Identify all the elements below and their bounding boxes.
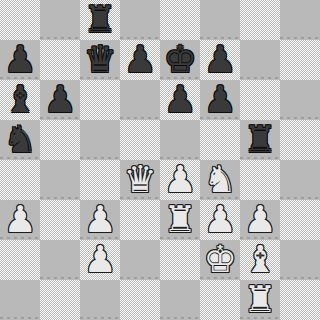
square-d7[interactable]: ♟ (120, 40, 160, 80)
square-f2[interactable]: ♚ (200, 240, 240, 280)
square-f1[interactable] (200, 280, 240, 320)
square-a1[interactable] (0, 280, 40, 320)
square-g4[interactable] (240, 160, 280, 200)
white-rook-piece-g1: ♜ (243, 281, 276, 318)
square-b5[interactable] (40, 120, 80, 160)
square-d3[interactable] (120, 200, 160, 240)
white-king-piece-f2: ♚ (203, 241, 236, 278)
chess-board: ♜♟♛♟♚♟♝♟♟♟♞♜♛♟♞♟♟♜♟♟♟♚♝♜ (0, 0, 320, 320)
square-g8[interactable] (240, 0, 280, 40)
square-e6[interactable]: ♟ (160, 80, 200, 120)
square-h6[interactable] (280, 80, 320, 120)
square-d4[interactable]: ♛ (120, 160, 160, 200)
square-f4[interactable]: ♞ (200, 160, 240, 200)
square-b8[interactable] (40, 0, 80, 40)
white-bishop-piece-g2: ♝ (243, 241, 276, 278)
square-c3[interactable]: ♟ (80, 200, 120, 240)
square-c7[interactable]: ♛ (80, 40, 120, 80)
square-e4[interactable]: ♟ (160, 160, 200, 200)
square-g1[interactable]: ♜ (240, 280, 280, 320)
square-d5[interactable] (120, 120, 160, 160)
square-b4[interactable] (40, 160, 80, 200)
square-h1[interactable] (280, 280, 320, 320)
square-b6[interactable]: ♟ (40, 80, 80, 120)
white-pawn-piece-a3: ♟ (3, 201, 36, 238)
square-f7[interactable]: ♟ (200, 40, 240, 80)
square-b2[interactable] (40, 240, 80, 280)
square-h7[interactable] (280, 40, 320, 80)
square-c5[interactable] (80, 120, 120, 160)
square-a3[interactable]: ♟ (0, 200, 40, 240)
square-a5[interactable]: ♞ (0, 120, 40, 160)
square-d8[interactable] (120, 0, 160, 40)
white-knight-piece-f4: ♞ (203, 161, 236, 198)
square-a2[interactable] (0, 240, 40, 280)
square-e2[interactable] (160, 240, 200, 280)
white-pawn-piece-e4: ♟ (163, 161, 196, 198)
white-rook-piece-e3: ♜ (163, 201, 196, 238)
black-bishop-piece-a6: ♝ (3, 81, 36, 118)
square-h4[interactable] (280, 160, 320, 200)
square-a7[interactable]: ♟ (0, 40, 40, 80)
square-c6[interactable] (80, 80, 120, 120)
black-pawn-piece-d7: ♟ (123, 41, 156, 78)
square-h2[interactable] (280, 240, 320, 280)
black-knight-piece-a5: ♞ (3, 121, 36, 158)
square-a6[interactable]: ♝ (0, 80, 40, 120)
black-rook-piece-g5: ♜ (243, 121, 276, 158)
square-h8[interactable] (280, 0, 320, 40)
square-e7[interactable]: ♚ (160, 40, 200, 80)
square-g6[interactable] (240, 80, 280, 120)
square-a8[interactable] (0, 0, 40, 40)
white-pawn-piece-f3: ♟ (203, 201, 236, 238)
white-pawn-piece-c2: ♟ (83, 241, 116, 278)
square-f3[interactable]: ♟ (200, 200, 240, 240)
square-g5[interactable]: ♜ (240, 120, 280, 160)
square-b7[interactable] (40, 40, 80, 80)
black-queen-piece-c7: ♛ (83, 41, 116, 78)
square-b1[interactable] (40, 280, 80, 320)
white-pawn-piece-c3: ♟ (83, 201, 116, 238)
black-pawn-piece-f6: ♟ (203, 81, 236, 118)
square-c1[interactable] (80, 280, 120, 320)
white-queen-piece-d4: ♛ (123, 161, 156, 198)
square-e3[interactable]: ♜ (160, 200, 200, 240)
black-pawn-piece-e6: ♟ (163, 81, 196, 118)
square-a4[interactable] (0, 160, 40, 200)
square-b3[interactable] (40, 200, 80, 240)
square-g2[interactable]: ♝ (240, 240, 280, 280)
square-d6[interactable] (120, 80, 160, 120)
black-pawn-piece-a7: ♟ (3, 41, 36, 78)
square-e8[interactable] (160, 0, 200, 40)
square-c4[interactable] (80, 160, 120, 200)
square-e1[interactable] (160, 280, 200, 320)
black-pawn-piece-f7: ♟ (203, 41, 236, 78)
black-king-piece-e7: ♚ (163, 41, 196, 78)
square-f6[interactable]: ♟ (200, 80, 240, 120)
square-f8[interactable] (200, 0, 240, 40)
square-c8[interactable]: ♜ (80, 0, 120, 40)
square-h3[interactable] (280, 200, 320, 240)
black-pawn-piece-b6: ♟ (43, 81, 76, 118)
square-d2[interactable] (120, 240, 160, 280)
square-g3[interactable]: ♟ (240, 200, 280, 240)
white-pawn-piece-g3: ♟ (243, 201, 276, 238)
square-c2[interactable]: ♟ (80, 240, 120, 280)
square-d1[interactable] (120, 280, 160, 320)
square-f5[interactable] (200, 120, 240, 160)
square-e5[interactable] (160, 120, 200, 160)
square-g7[interactable] (240, 40, 280, 80)
black-rook-piece-c8: ♜ (83, 1, 116, 38)
square-h5[interactable] (280, 120, 320, 160)
